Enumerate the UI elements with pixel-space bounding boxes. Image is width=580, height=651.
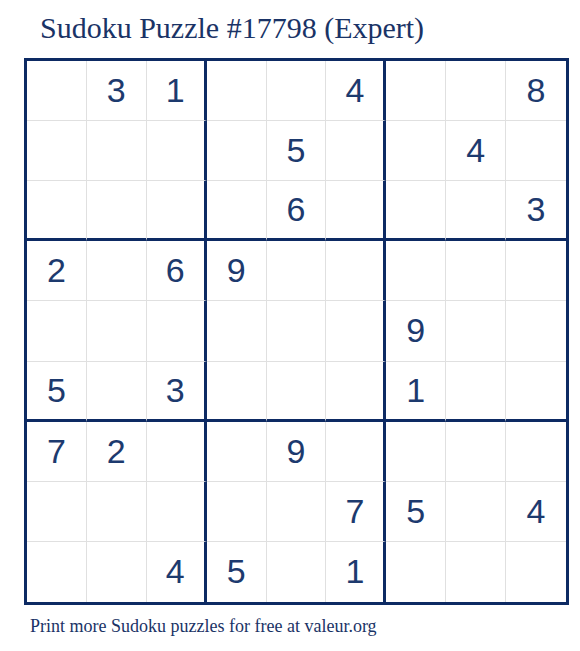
cell-r7c7[interactable] — [386, 422, 446, 482]
cell-r3c8[interactable] — [446, 181, 506, 241]
cell-r7c3[interactable] — [147, 422, 207, 482]
cell-r4c4[interactable]: 9 — [207, 241, 267, 301]
cell-r4c2[interactable] — [87, 241, 147, 301]
cell-r5c2[interactable] — [87, 301, 147, 361]
cell-r5c8[interactable] — [446, 301, 506, 361]
cell-r4c7[interactable] — [386, 241, 446, 301]
cell-r6c5[interactable] — [267, 362, 327, 422]
cell-r1c9[interactable]: 8 — [506, 61, 566, 121]
cell-r6c8[interactable] — [446, 362, 506, 422]
cell-r9c4[interactable]: 5 — [207, 542, 267, 602]
sudoku-grid: 314854632699531729754451 — [24, 58, 569, 605]
cell-r6c1[interactable]: 5 — [27, 362, 87, 422]
cell-r6c9[interactable] — [506, 362, 566, 422]
cell-r9c1[interactable] — [27, 542, 87, 602]
cell-r5c9[interactable] — [506, 301, 566, 361]
cell-r2c7[interactable] — [386, 121, 446, 181]
cell-r9c7[interactable] — [386, 542, 446, 602]
cell-r9c8[interactable] — [446, 542, 506, 602]
cell-r3c2[interactable] — [87, 181, 147, 241]
cell-r5c6[interactable] — [326, 301, 386, 361]
cell-r5c4[interactable] — [207, 301, 267, 361]
cell-r8c7[interactable]: 5 — [386, 482, 446, 542]
cell-r8c8[interactable] — [446, 482, 506, 542]
cell-r3c4[interactable] — [207, 181, 267, 241]
cell-r5c1[interactable] — [27, 301, 87, 361]
cell-r3c3[interactable] — [147, 181, 207, 241]
cell-r2c4[interactable] — [207, 121, 267, 181]
footer-text: Print more Sudoku puzzles for free at va… — [30, 614, 377, 638]
cell-r1c6[interactable]: 4 — [326, 61, 386, 121]
cell-r1c2[interactable]: 3 — [87, 61, 147, 121]
cell-r8c5[interactable] — [267, 482, 327, 542]
cell-r4c5[interactable] — [267, 241, 327, 301]
cell-r1c3[interactable]: 1 — [147, 61, 207, 121]
cell-r1c1[interactable] — [27, 61, 87, 121]
cell-r4c1[interactable]: 2 — [27, 241, 87, 301]
cell-r9c5[interactable] — [267, 542, 327, 602]
cell-r6c3[interactable]: 3 — [147, 362, 207, 422]
cell-r1c5[interactable] — [267, 61, 327, 121]
cell-r8c1[interactable] — [27, 482, 87, 542]
cell-r9c3[interactable]: 4 — [147, 542, 207, 602]
cell-r3c1[interactable] — [27, 181, 87, 241]
cell-r3c5[interactable]: 6 — [267, 181, 327, 241]
cell-r4c8[interactable] — [446, 241, 506, 301]
cell-r7c1[interactable]: 7 — [27, 422, 87, 482]
page-title: Sudoku Puzzle #17798 (Expert) — [40, 11, 424, 45]
cell-r4c6[interactable] — [326, 241, 386, 301]
cell-r1c7[interactable] — [386, 61, 446, 121]
cell-r6c6[interactable] — [326, 362, 386, 422]
cell-r1c8[interactable] — [446, 61, 506, 121]
cell-r3c6[interactable] — [326, 181, 386, 241]
cell-r2c8[interactable]: 4 — [446, 121, 506, 181]
cell-r9c2[interactable] — [87, 542, 147, 602]
cell-r4c9[interactable] — [506, 241, 566, 301]
cell-r9c9[interactable] — [506, 542, 566, 602]
cell-r5c5[interactable] — [267, 301, 327, 361]
cell-r5c3[interactable] — [147, 301, 207, 361]
cell-r8c3[interactable] — [147, 482, 207, 542]
cell-r2c5[interactable]: 5 — [267, 121, 327, 181]
cell-r6c4[interactable] — [207, 362, 267, 422]
cell-r8c9[interactable]: 4 — [506, 482, 566, 542]
cell-r2c6[interactable] — [326, 121, 386, 181]
cell-r7c9[interactable] — [506, 422, 566, 482]
cell-r7c5[interactable]: 9 — [267, 422, 327, 482]
cell-r9c6[interactable]: 1 — [326, 542, 386, 602]
cell-r2c2[interactable] — [87, 121, 147, 181]
cell-r7c6[interactable] — [326, 422, 386, 482]
cell-r3c9[interactable]: 3 — [506, 181, 566, 241]
cell-r7c4[interactable] — [207, 422, 267, 482]
cell-r5c7[interactable]: 9 — [386, 301, 446, 361]
cell-r3c7[interactable] — [386, 181, 446, 241]
cell-r8c4[interactable] — [207, 482, 267, 542]
cell-r1c4[interactable] — [207, 61, 267, 121]
cell-r2c3[interactable] — [147, 121, 207, 181]
cell-r2c9[interactable] — [506, 121, 566, 181]
cell-r7c8[interactable] — [446, 422, 506, 482]
cell-r8c2[interactable] — [87, 482, 147, 542]
cell-r7c2[interactable]: 2 — [87, 422, 147, 482]
cell-r4c3[interactable]: 6 — [147, 241, 207, 301]
cell-r2c1[interactable] — [27, 121, 87, 181]
cell-r6c2[interactable] — [87, 362, 147, 422]
cell-r8c6[interactable]: 7 — [326, 482, 386, 542]
cell-r6c7[interactable]: 1 — [386, 362, 446, 422]
